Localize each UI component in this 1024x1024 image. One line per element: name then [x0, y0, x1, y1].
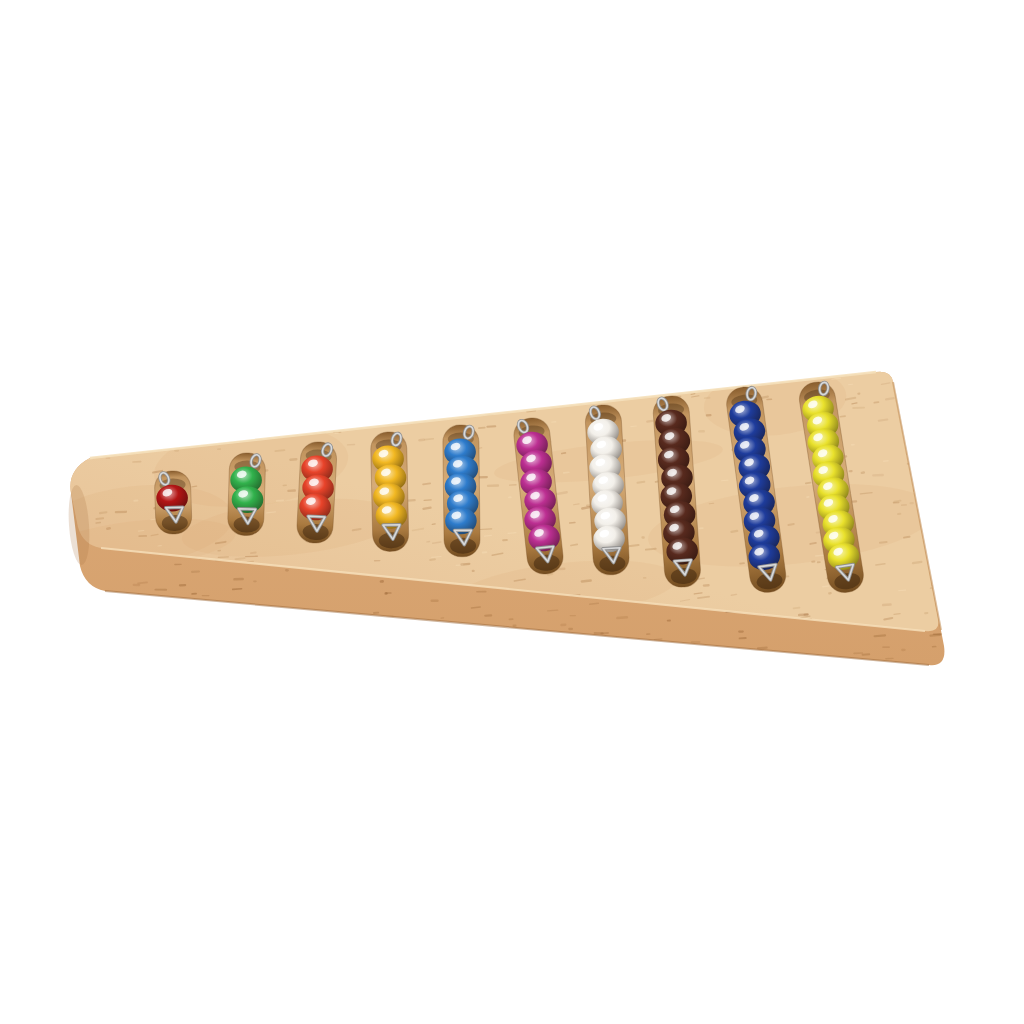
bead-bar-1-red [154, 470, 192, 534]
product-photo [0, 0, 1024, 1024]
bead-stair-photo [0, 0, 1024, 1024]
bead-bar-3-red-orange [296, 441, 337, 544]
bead-bar-2-green [227, 452, 266, 536]
bead-bar-5-blue [443, 425, 481, 557]
bead-bar-4-golden-yellow [370, 432, 409, 552]
